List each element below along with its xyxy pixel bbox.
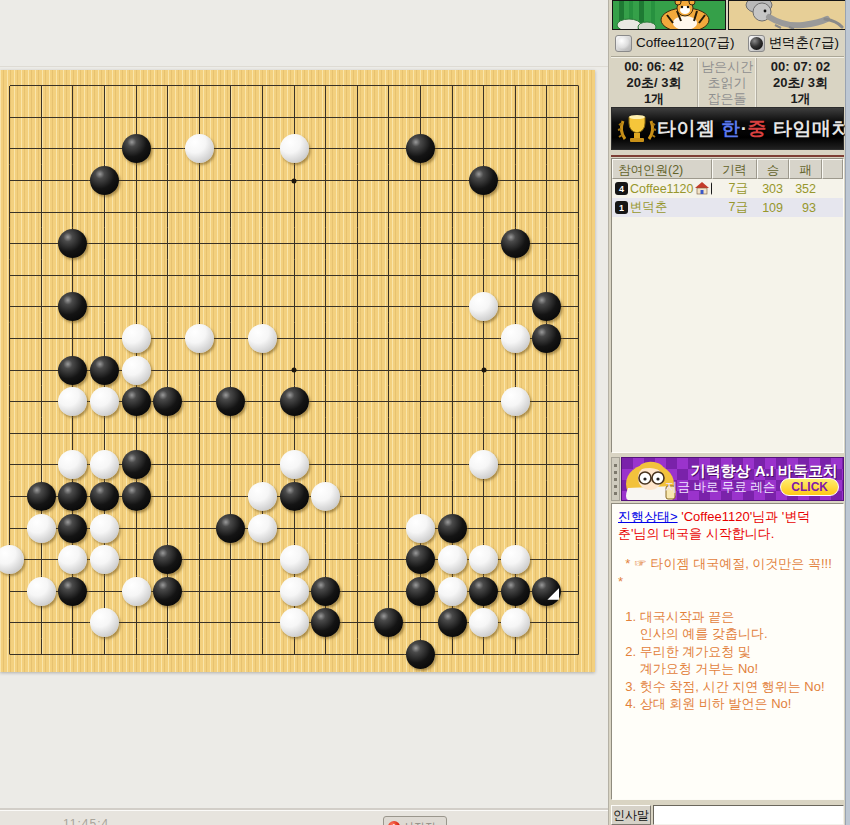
board-intersection[interactable] bbox=[89, 354, 121, 386]
board-intersection[interactable] bbox=[89, 449, 121, 481]
board-intersection[interactable] bbox=[342, 102, 374, 134]
board-intersection[interactable] bbox=[436, 260, 468, 292]
board-intersection[interactable] bbox=[57, 576, 89, 608]
board-intersection[interactable] bbox=[310, 260, 342, 292]
board-intersection[interactable] bbox=[26, 607, 58, 639]
board-intersection[interactable] bbox=[26, 386, 58, 418]
board-intersection[interactable] bbox=[563, 323, 595, 355]
board-intersection[interactable] bbox=[152, 512, 184, 544]
board-intersection[interactable] bbox=[247, 70, 279, 102]
board-intersection[interactable] bbox=[120, 70, 152, 102]
board-intersection[interactable] bbox=[278, 607, 310, 639]
board-intersection[interactable] bbox=[563, 291, 595, 323]
board-intersection[interactable] bbox=[152, 418, 184, 450]
board-intersection[interactable] bbox=[278, 133, 310, 165]
board-intersection[interactable] bbox=[57, 165, 89, 197]
board-intersection[interactable] bbox=[373, 70, 405, 102]
board-intersection[interactable] bbox=[436, 544, 468, 576]
board-intersection[interactable] bbox=[500, 102, 532, 134]
board-intersection[interactable] bbox=[436, 354, 468, 386]
board-intersection[interactable] bbox=[0, 291, 26, 323]
board-intersection[interactable] bbox=[0, 607, 26, 639]
board-intersection[interactable] bbox=[152, 386, 184, 418]
board-intersection[interactable] bbox=[152, 228, 184, 260]
board-intersection[interactable] bbox=[373, 196, 405, 228]
board-intersection[interactable] bbox=[57, 481, 89, 513]
board-intersection[interactable] bbox=[310, 639, 342, 671]
board-intersection[interactable] bbox=[215, 133, 247, 165]
board-intersection[interactable] bbox=[26, 544, 58, 576]
board-intersection[interactable] bbox=[373, 386, 405, 418]
board-intersection[interactable] bbox=[468, 512, 500, 544]
board-intersection[interactable] bbox=[26, 323, 58, 355]
board-intersection[interactable] bbox=[247, 512, 279, 544]
board-intersection[interactable] bbox=[215, 323, 247, 355]
board-intersection[interactable] bbox=[563, 102, 595, 134]
board-intersection[interactable] bbox=[247, 102, 279, 134]
board-intersection[interactable] bbox=[26, 228, 58, 260]
board-intersection[interactable] bbox=[342, 418, 374, 450]
board-intersection[interactable] bbox=[310, 481, 342, 513]
board-intersection[interactable] bbox=[152, 354, 184, 386]
board-intersection[interactable] bbox=[373, 228, 405, 260]
board-intersection[interactable] bbox=[57, 291, 89, 323]
board-intersection[interactable] bbox=[184, 639, 216, 671]
banner-grip-handle[interactable] bbox=[611, 457, 620, 501]
board-intersection[interactable] bbox=[57, 544, 89, 576]
board-intersection[interactable] bbox=[563, 133, 595, 165]
board-intersection[interactable] bbox=[89, 607, 121, 639]
board-intersection[interactable] bbox=[436, 418, 468, 450]
board-intersection[interactable] bbox=[531, 354, 563, 386]
board-intersection[interactable] bbox=[436, 386, 468, 418]
board-intersection[interactable] bbox=[468, 165, 500, 197]
board-intersection[interactable] bbox=[310, 323, 342, 355]
board-intersection[interactable] bbox=[405, 323, 437, 355]
board-intersection[interactable] bbox=[278, 323, 310, 355]
board-intersection[interactable] bbox=[184, 102, 216, 134]
board-intersection[interactable] bbox=[468, 386, 500, 418]
board-intersection[interactable] bbox=[278, 481, 310, 513]
board-intersection[interactable] bbox=[342, 576, 374, 608]
ai-coach-banner[interactable]: 기력향상 A.I 바둑코치 지금 바로 무료 레슨 CLICK bbox=[621, 457, 844, 501]
board-intersection[interactable] bbox=[0, 323, 26, 355]
board-intersection[interactable] bbox=[342, 639, 374, 671]
board-intersection[interactable] bbox=[184, 70, 216, 102]
board-intersection[interactable] bbox=[57, 512, 89, 544]
board-intersection[interactable] bbox=[247, 576, 279, 608]
board-intersection[interactable] bbox=[405, 70, 437, 102]
board-intersection[interactable] bbox=[120, 639, 152, 671]
board-intersection[interactable] bbox=[436, 481, 468, 513]
board-intersection[interactable] bbox=[531, 196, 563, 228]
board-intersection[interactable] bbox=[310, 544, 342, 576]
board-intersection[interactable] bbox=[373, 133, 405, 165]
board-intersection[interactable] bbox=[500, 354, 532, 386]
board-intersection[interactable] bbox=[405, 481, 437, 513]
board-intersection[interactable] bbox=[278, 544, 310, 576]
board-intersection[interactable] bbox=[468, 481, 500, 513]
board-intersection[interactable] bbox=[310, 418, 342, 450]
board-intersection[interactable] bbox=[215, 102, 247, 134]
board-intersection[interactable] bbox=[247, 418, 279, 450]
board-intersection[interactable] bbox=[120, 512, 152, 544]
board-intersection[interactable] bbox=[405, 386, 437, 418]
board-intersection[interactable] bbox=[310, 291, 342, 323]
board-intersection[interactable] bbox=[89, 133, 121, 165]
board-intersection[interactable] bbox=[468, 196, 500, 228]
board-intersection[interactable] bbox=[26, 481, 58, 513]
board-intersection[interactable] bbox=[152, 196, 184, 228]
board-intersection[interactable] bbox=[152, 607, 184, 639]
board-intersection[interactable] bbox=[57, 323, 89, 355]
board-intersection[interactable] bbox=[310, 196, 342, 228]
board-intersection[interactable] bbox=[500, 291, 532, 323]
board-intersection[interactable] bbox=[215, 449, 247, 481]
board-intersection[interactable] bbox=[184, 354, 216, 386]
board-intersection[interactable] bbox=[120, 260, 152, 292]
board-intersection[interactable] bbox=[563, 386, 595, 418]
board-intersection[interactable] bbox=[531, 291, 563, 323]
board-intersection[interactable] bbox=[310, 354, 342, 386]
board-intersection[interactable] bbox=[120, 449, 152, 481]
board-intersection[interactable] bbox=[405, 544, 437, 576]
board-intersection[interactable] bbox=[342, 165, 374, 197]
board-intersection[interactable] bbox=[373, 607, 405, 639]
board-intersection[interactable] bbox=[120, 228, 152, 260]
board-intersection[interactable] bbox=[500, 607, 532, 639]
board-intersection[interactable] bbox=[120, 165, 152, 197]
board-intersection[interactable] bbox=[89, 165, 121, 197]
board-intersection[interactable] bbox=[405, 165, 437, 197]
greeting-input[interactable] bbox=[653, 805, 844, 825]
board-intersection[interactable] bbox=[468, 607, 500, 639]
board-intersection[interactable] bbox=[468, 544, 500, 576]
board-intersection[interactable] bbox=[373, 639, 405, 671]
board-intersection[interactable] bbox=[57, 102, 89, 134]
board-intersection[interactable] bbox=[342, 449, 374, 481]
board-intersection[interactable] bbox=[436, 291, 468, 323]
board-intersection[interactable] bbox=[57, 418, 89, 450]
board-intersection[interactable] bbox=[89, 481, 121, 513]
board-intersection[interactable] bbox=[278, 576, 310, 608]
board-intersection[interactable] bbox=[120, 544, 152, 576]
board-intersection[interactable] bbox=[405, 228, 437, 260]
board-intersection[interactable] bbox=[373, 512, 405, 544]
board-intersection[interactable] bbox=[342, 386, 374, 418]
board-intersection[interactable] bbox=[57, 607, 89, 639]
board-intersection[interactable] bbox=[120, 196, 152, 228]
board-intersection[interactable] bbox=[310, 449, 342, 481]
board-intersection[interactable] bbox=[120, 102, 152, 134]
board-intersection[interactable] bbox=[563, 576, 595, 608]
board-intersection[interactable] bbox=[215, 639, 247, 671]
board-intersection[interactable] bbox=[57, 228, 89, 260]
board-intersection[interactable] bbox=[373, 481, 405, 513]
board-intersection[interactable] bbox=[342, 481, 374, 513]
board-intersection[interactable] bbox=[342, 354, 374, 386]
board-intersection[interactable] bbox=[500, 512, 532, 544]
board-intersection[interactable] bbox=[215, 544, 247, 576]
board-intersection[interactable] bbox=[247, 544, 279, 576]
board-intersection[interactable] bbox=[500, 418, 532, 450]
click-button[interactable]: CLICK bbox=[780, 478, 839, 496]
header-losses[interactable]: 패 bbox=[789, 159, 822, 179]
board-intersection[interactable] bbox=[89, 418, 121, 450]
board-intersection[interactable] bbox=[26, 449, 58, 481]
board-intersection[interactable] bbox=[89, 323, 121, 355]
board-intersection[interactable] bbox=[0, 512, 26, 544]
board-intersection[interactable] bbox=[563, 354, 595, 386]
board-intersection[interactable] bbox=[531, 576, 563, 608]
board-intersection[interactable] bbox=[215, 70, 247, 102]
board-intersection[interactable] bbox=[373, 165, 405, 197]
board-intersection[interactable] bbox=[247, 607, 279, 639]
board-intersection[interactable] bbox=[436, 133, 468, 165]
board-intersection[interactable] bbox=[0, 102, 26, 134]
board-intersection[interactable] bbox=[405, 576, 437, 608]
event-banner[interactable]: 타이젬 한·중 타임매치 bbox=[611, 107, 844, 150]
board-intersection[interactable] bbox=[215, 354, 247, 386]
board-intersection[interactable] bbox=[436, 196, 468, 228]
board-intersection[interactable] bbox=[342, 260, 374, 292]
board-intersection[interactable] bbox=[531, 133, 563, 165]
board-intersection[interactable] bbox=[247, 449, 279, 481]
board-intersection[interactable] bbox=[500, 576, 532, 608]
board-intersection[interactable] bbox=[310, 576, 342, 608]
board-intersection[interactable] bbox=[215, 291, 247, 323]
board-intersection[interactable] bbox=[0, 196, 26, 228]
board-intersection[interactable] bbox=[0, 228, 26, 260]
board-intersection[interactable] bbox=[215, 386, 247, 418]
board-intersection[interactable] bbox=[436, 512, 468, 544]
board-intersection[interactable] bbox=[531, 607, 563, 639]
board-intersection[interactable] bbox=[531, 544, 563, 576]
board-intersection[interactable] bbox=[57, 260, 89, 292]
board-intersection[interactable] bbox=[0, 386, 26, 418]
board-intersection[interactable] bbox=[436, 607, 468, 639]
board-intersection[interactable] bbox=[184, 576, 216, 608]
board-intersection[interactable] bbox=[89, 639, 121, 671]
board-intersection[interactable] bbox=[184, 386, 216, 418]
board-intersection[interactable] bbox=[373, 323, 405, 355]
board-intersection[interactable] bbox=[468, 70, 500, 102]
board-intersection[interactable] bbox=[247, 481, 279, 513]
board-intersection[interactable] bbox=[247, 228, 279, 260]
board-intersection[interactable] bbox=[563, 639, 595, 671]
board-intersection[interactable] bbox=[278, 260, 310, 292]
board-intersection[interactable] bbox=[373, 576, 405, 608]
board-intersection[interactable] bbox=[247, 133, 279, 165]
board-intersection[interactable] bbox=[184, 607, 216, 639]
board-intersection[interactable] bbox=[373, 544, 405, 576]
board-intersection[interactable] bbox=[184, 133, 216, 165]
board-intersection[interactable] bbox=[278, 196, 310, 228]
board-intersection[interactable] bbox=[468, 418, 500, 450]
board-intersection[interactable] bbox=[531, 512, 563, 544]
board-intersection[interactable] bbox=[184, 260, 216, 292]
board-intersection[interactable] bbox=[563, 196, 595, 228]
board-intersection[interactable] bbox=[26, 354, 58, 386]
header-participants[interactable]: 참여인원(2) bbox=[612, 159, 712, 179]
board-intersection[interactable] bbox=[500, 481, 532, 513]
board-intersection[interactable] bbox=[531, 323, 563, 355]
board-intersection[interactable] bbox=[247, 386, 279, 418]
board-intersection[interactable] bbox=[436, 165, 468, 197]
board-intersection[interactable] bbox=[373, 418, 405, 450]
board-intersection[interactable] bbox=[373, 354, 405, 386]
board-intersection[interactable] bbox=[184, 418, 216, 450]
board-intersection[interactable] bbox=[468, 291, 500, 323]
board-intersection[interactable] bbox=[57, 449, 89, 481]
board-intersection[interactable] bbox=[468, 449, 500, 481]
board-intersection[interactable] bbox=[563, 512, 595, 544]
board-intersection[interactable] bbox=[247, 196, 279, 228]
board-intersection[interactable] bbox=[215, 228, 247, 260]
board-intersection[interactable] bbox=[57, 196, 89, 228]
board-intersection[interactable] bbox=[468, 133, 500, 165]
board-intersection[interactable] bbox=[310, 133, 342, 165]
board-intersection[interactable] bbox=[26, 102, 58, 134]
board-intersection[interactable] bbox=[310, 102, 342, 134]
board-intersection[interactable] bbox=[278, 512, 310, 544]
board-intersection[interactable] bbox=[152, 449, 184, 481]
participant-row[interactable]: 4Coffee1120M7급303352 bbox=[612, 179, 843, 198]
board-intersection[interactable] bbox=[531, 165, 563, 197]
board-intersection[interactable] bbox=[468, 576, 500, 608]
board-intersection[interactable] bbox=[531, 102, 563, 134]
board-intersection[interactable] bbox=[405, 512, 437, 544]
board-intersection[interactable] bbox=[0, 576, 26, 608]
board-intersection[interactable] bbox=[89, 291, 121, 323]
board-intersection[interactable] bbox=[500, 260, 532, 292]
board-intersection[interactable] bbox=[436, 70, 468, 102]
board-intersection[interactable] bbox=[563, 70, 595, 102]
board-intersection[interactable] bbox=[152, 323, 184, 355]
board-intersection[interactable] bbox=[184, 449, 216, 481]
board-intersection[interactable] bbox=[500, 133, 532, 165]
board-intersection[interactable] bbox=[563, 449, 595, 481]
board-intersection[interactable] bbox=[405, 196, 437, 228]
board-intersection[interactable] bbox=[184, 323, 216, 355]
board-intersection[interactable] bbox=[0, 133, 26, 165]
board-intersection[interactable] bbox=[436, 323, 468, 355]
board-intersection[interactable] bbox=[120, 291, 152, 323]
board-intersection[interactable] bbox=[278, 228, 310, 260]
board-intersection[interactable] bbox=[563, 418, 595, 450]
board-intersection[interactable] bbox=[120, 576, 152, 608]
board-intersection[interactable] bbox=[89, 196, 121, 228]
board-intersection[interactable] bbox=[342, 544, 374, 576]
board-intersection[interactable] bbox=[26, 512, 58, 544]
board-intersection[interactable] bbox=[342, 291, 374, 323]
start-point-button[interactable]: ! 시작점 bbox=[383, 816, 447, 825]
board-intersection[interactable] bbox=[531, 639, 563, 671]
header-rank[interactable]: 기력 bbox=[712, 159, 757, 179]
board-intersection[interactable] bbox=[563, 481, 595, 513]
board-intersection[interactable] bbox=[468, 639, 500, 671]
board-intersection[interactable] bbox=[184, 544, 216, 576]
board-intersection[interactable] bbox=[0, 418, 26, 450]
board-intersection[interactable] bbox=[500, 228, 532, 260]
board-intersection[interactable] bbox=[0, 70, 26, 102]
board-intersection[interactable] bbox=[152, 260, 184, 292]
board-intersection[interactable] bbox=[152, 102, 184, 134]
board-intersection[interactable] bbox=[0, 639, 26, 671]
board-intersection[interactable] bbox=[436, 449, 468, 481]
board-intersection[interactable] bbox=[152, 291, 184, 323]
board-intersection[interactable] bbox=[563, 260, 595, 292]
board-intersection[interactable] bbox=[405, 354, 437, 386]
board-intersection[interactable] bbox=[531, 418, 563, 450]
board-intersection[interactable] bbox=[436, 228, 468, 260]
board-intersection[interactable] bbox=[310, 607, 342, 639]
board-intersection[interactable] bbox=[500, 196, 532, 228]
board-intersection[interactable] bbox=[247, 323, 279, 355]
board-intersection[interactable] bbox=[405, 607, 437, 639]
board-intersection[interactable] bbox=[373, 291, 405, 323]
board-intersection[interactable] bbox=[89, 544, 121, 576]
board-intersection[interactable] bbox=[468, 260, 500, 292]
board-intersection[interactable] bbox=[120, 133, 152, 165]
board-intersection[interactable] bbox=[500, 449, 532, 481]
board-intersection[interactable] bbox=[278, 102, 310, 134]
board-intersection[interactable] bbox=[531, 386, 563, 418]
board-intersection[interactable] bbox=[436, 102, 468, 134]
board-intersection[interactable] bbox=[184, 481, 216, 513]
board-intersection[interactable] bbox=[310, 512, 342, 544]
board-intersection[interactable] bbox=[120, 323, 152, 355]
board-intersection[interactable] bbox=[215, 165, 247, 197]
board-intersection[interactable] bbox=[152, 481, 184, 513]
board-intersection[interactable] bbox=[436, 639, 468, 671]
board-intersection[interactable] bbox=[500, 323, 532, 355]
board-intersection[interactable] bbox=[89, 260, 121, 292]
board-intersection[interactable] bbox=[120, 481, 152, 513]
board-intersection[interactable] bbox=[215, 418, 247, 450]
board-intersection[interactable] bbox=[342, 196, 374, 228]
board-intersection[interactable] bbox=[405, 291, 437, 323]
board-intersection[interactable] bbox=[120, 354, 152, 386]
board-intersection[interactable] bbox=[468, 102, 500, 134]
board-intersection[interactable] bbox=[89, 228, 121, 260]
board-intersection[interactable] bbox=[247, 291, 279, 323]
board-intersection[interactable] bbox=[563, 607, 595, 639]
board-intersection[interactable] bbox=[436, 576, 468, 608]
board-intersection[interactable] bbox=[405, 418, 437, 450]
board-intersection[interactable] bbox=[120, 418, 152, 450]
board-intersection[interactable] bbox=[278, 386, 310, 418]
board-intersection[interactable] bbox=[215, 260, 247, 292]
board-intersection[interactable] bbox=[215, 576, 247, 608]
board-intersection[interactable] bbox=[26, 165, 58, 197]
board-intersection[interactable] bbox=[342, 70, 374, 102]
board-intersection[interactable] bbox=[184, 165, 216, 197]
board-intersection[interactable] bbox=[278, 70, 310, 102]
board-intersection[interactable] bbox=[89, 70, 121, 102]
board-intersection[interactable] bbox=[563, 165, 595, 197]
board-intersection[interactable] bbox=[0, 165, 26, 197]
greeting-button[interactable]: 인사말 bbox=[611, 805, 651, 825]
board-intersection[interactable] bbox=[26, 196, 58, 228]
participant-row[interactable]: 1변덕춘7급10993 bbox=[612, 198, 843, 217]
board-intersection[interactable] bbox=[310, 228, 342, 260]
board-intersection[interactable] bbox=[405, 260, 437, 292]
board-intersection[interactable] bbox=[278, 639, 310, 671]
board-intersection[interactable] bbox=[57, 639, 89, 671]
board-intersection[interactable] bbox=[26, 291, 58, 323]
board-intersection[interactable] bbox=[247, 260, 279, 292]
